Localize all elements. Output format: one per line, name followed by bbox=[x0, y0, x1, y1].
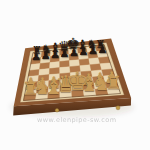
piece-black-rook-a8: ♜ bbox=[31, 45, 42, 56]
piece-white-pawn-h2: ♟ bbox=[104, 70, 120, 86]
piece-black-king-e8: ♚ bbox=[66, 37, 81, 52]
piece-white-pawn-f2: ♟ bbox=[81, 72, 97, 88]
piece-white-knight-b1: ♞ bbox=[32, 78, 51, 97]
piece-black-pawn-b7: ♟ bbox=[40, 50, 51, 61]
piece-black-pawn-h7: ♟ bbox=[97, 44, 108, 55]
piece-black-pawn-f7: ♟ bbox=[78, 46, 89, 57]
piece-white-rook-a1: ♜ bbox=[21, 80, 39, 98]
chess-pieces-layer: ♜♞♝♛♚♝♞♜♟♟♟♟♟♟♟♟♟♟♟♟♟♟♟♟♜♞♝♛♚♝♞♜ bbox=[0, 0, 150, 150]
piece-white-pawn-g2: ♟ bbox=[92, 71, 108, 87]
piece-black-pawn-c7: ♟ bbox=[49, 49, 60, 60]
piece-black-knight-b8: ♞ bbox=[40, 44, 52, 56]
piece-white-queen-d1: ♛ bbox=[54, 73, 77, 96]
piece-white-bishop-f1: ♝ bbox=[79, 73, 100, 94]
piece-black-knight-g8: ♞ bbox=[86, 39, 98, 51]
piece-white-pawn-e2: ♟ bbox=[69, 73, 85, 89]
piece-white-pawn-d2: ♟ bbox=[58, 74, 74, 90]
piece-white-pawn-c2: ♟ bbox=[46, 75, 62, 91]
piece-white-pawn-b2: ♟ bbox=[35, 76, 51, 92]
piece-white-rook-h1: ♜ bbox=[104, 74, 122, 92]
watermark-text: www.elenpipe-sw.com bbox=[37, 116, 127, 124]
piece-black-pawn-g7: ♟ bbox=[87, 45, 98, 56]
piece-white-bishop-c1: ♝ bbox=[43, 76, 64, 97]
piece-black-pawn-e7: ♟ bbox=[68, 47, 79, 58]
piece-black-bishop-f8: ♝ bbox=[76, 39, 89, 52]
piece-black-rook-h8: ♜ bbox=[95, 39, 106, 50]
piece-white-king-e1: ♚ bbox=[65, 69, 91, 95]
chess-set-photo: ♜♞♝♛♚♝♞♜♟♟♟♟♟♟♟♟♟♟♟♟♟♟♟♟♜♞♝♛♚♝♞♜ www.ele… bbox=[0, 0, 150, 150]
piece-black-bishop-c8: ♝ bbox=[49, 42, 62, 55]
piece-black-queen-d8: ♛ bbox=[57, 40, 71, 54]
piece-white-pawn-a2: ♟ bbox=[23, 76, 39, 92]
piece-black-pawn-d7: ♟ bbox=[59, 48, 70, 59]
piece-white-knight-g1: ♞ bbox=[92, 74, 111, 93]
piece-black-pawn-a7: ♟ bbox=[30, 51, 41, 62]
